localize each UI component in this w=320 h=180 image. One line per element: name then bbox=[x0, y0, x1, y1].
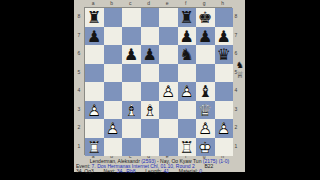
square-b3[interactable] bbox=[104, 101, 123, 120]
square-f6[interactable]: ♞ bbox=[178, 45, 197, 64]
square-g1[interactable]: ♚♔ bbox=[196, 138, 215, 157]
square-b8[interactable] bbox=[104, 8, 123, 27]
square-c1[interactable] bbox=[122, 138, 141, 157]
file-label: d bbox=[140, 0, 159, 6]
square-b2[interactable]: ♟♙ bbox=[104, 119, 123, 138]
square-g2[interactable]: ♟♙ bbox=[196, 119, 215, 138]
white-rook[interactable]: ♜♖ bbox=[85, 138, 104, 157]
square-g7[interactable]: ♟ bbox=[196, 27, 215, 46]
king-icon: ♔ bbox=[196, 138, 215, 157]
file-label: e bbox=[158, 0, 177, 6]
white-pawn[interactable]: ♟♙ bbox=[196, 119, 215, 138]
video-frame: abcdefgh abcdefgh 87654321 87654321 ♜♜♚♟… bbox=[0, 0, 320, 180]
square-a1[interactable]: ♜♖ bbox=[85, 138, 104, 157]
pawn-icon: ♙ bbox=[159, 82, 178, 101]
square-b5[interactable] bbox=[104, 64, 123, 83]
square-h2[interactable]: ♟♙ bbox=[215, 119, 234, 138]
knight-icon: ♞ bbox=[178, 45, 197, 64]
file-label: h bbox=[214, 0, 233, 6]
square-a3[interactable]: ♟♙ bbox=[85, 101, 104, 120]
square-f4[interactable]: ♟♙ bbox=[178, 82, 197, 101]
square-c7[interactable] bbox=[122, 27, 141, 46]
pawn-icon: ♟ bbox=[122, 45, 141, 64]
pawn-icon: ♟ bbox=[196, 27, 215, 46]
square-a7[interactable]: ♟ bbox=[85, 27, 104, 46]
square-c8[interactable] bbox=[122, 8, 141, 27]
next-move: 34...Rb8 bbox=[117, 169, 136, 174]
pawn-icon: ♟ bbox=[85, 27, 104, 46]
king-icon: ♚ bbox=[196, 8, 215, 27]
queen-icon: ♕ bbox=[196, 101, 215, 120]
black-bishop[interactable]: ♝ bbox=[196, 82, 215, 101]
pawn-icon: ♙ bbox=[178, 82, 197, 101]
square-d6[interactable]: ♟ bbox=[141, 45, 160, 64]
queen-icon: ♛ bbox=[215, 45, 234, 64]
square-d1[interactable] bbox=[141, 138, 160, 157]
black-pawn[interactable]: ♟ bbox=[122, 45, 141, 64]
white-pawn[interactable]: ♟♙ bbox=[85, 101, 104, 120]
knight-icon: ♞ bbox=[235, 60, 245, 70]
pawn-icon: ♙ bbox=[196, 119, 215, 138]
white-pawn[interactable]: ♟♙ bbox=[104, 119, 123, 138]
file-label: b bbox=[103, 0, 122, 6]
queen-icon: ♕ bbox=[235, 70, 245, 80]
bishop-icon: ♗ bbox=[122, 101, 141, 120]
rook-icon: ♖ bbox=[178, 138, 197, 157]
square-f7[interactable]: ♟ bbox=[178, 27, 197, 46]
white-king[interactable]: ♚♔ bbox=[196, 138, 215, 157]
move-played: 34. Qg3 bbox=[76, 169, 94, 174]
black-queen[interactable]: ♛ bbox=[215, 45, 234, 64]
square-a5[interactable] bbox=[85, 64, 104, 83]
file-label: f bbox=[177, 0, 196, 6]
square-h6[interactable]: ♛ bbox=[215, 45, 234, 64]
square-d5[interactable] bbox=[141, 64, 160, 83]
square-e7[interactable] bbox=[159, 27, 178, 46]
square-h7[interactable]: ♟ bbox=[215, 27, 234, 46]
square-a8[interactable]: ♜ bbox=[85, 8, 104, 27]
rank-label: 4 bbox=[233, 81, 239, 100]
rank-label: 1 bbox=[76, 137, 82, 156]
white-pawn[interactable]: ♟♙ bbox=[215, 119, 234, 138]
square-b4[interactable] bbox=[104, 82, 123, 101]
black-king[interactable]: ♚ bbox=[196, 8, 215, 27]
black-pawn[interactable]: ♟ bbox=[215, 27, 234, 46]
black-rook[interactable]: ♜ bbox=[85, 8, 104, 27]
rank-label: 2 bbox=[233, 118, 239, 137]
rank-label: 4 bbox=[76, 81, 82, 100]
square-e5[interactable] bbox=[159, 64, 178, 83]
rank-label: 7 bbox=[76, 26, 82, 45]
next-label: Next: bbox=[104, 169, 116, 174]
rank-label: 3 bbox=[76, 100, 82, 119]
rank-label: 5 bbox=[76, 63, 82, 82]
square-e1[interactable] bbox=[159, 138, 178, 157]
square-d4[interactable] bbox=[141, 82, 160, 101]
square-f5[interactable] bbox=[178, 64, 197, 83]
square-g8[interactable]: ♚ bbox=[196, 8, 215, 27]
side-piece-indicator: ♞♛♕ bbox=[235, 60, 245, 82]
square-d8[interactable] bbox=[141, 8, 160, 27]
move-status-line: 34. Qg3 Next: 34...Rb8 Length: 41 Materi… bbox=[76, 169, 243, 174]
square-f8[interactable]: ♜ bbox=[178, 8, 197, 27]
length-value: 41 bbox=[163, 169, 169, 174]
square-f3[interactable] bbox=[178, 101, 197, 120]
file-labels-top: abcdefgh bbox=[84, 0, 232, 6]
rook-icon: ♜ bbox=[178, 8, 197, 27]
file-label: a bbox=[84, 0, 103, 6]
square-g6[interactable] bbox=[196, 45, 215, 64]
square-d3[interactable]: ♝♗ bbox=[141, 101, 160, 120]
square-g5[interactable] bbox=[196, 64, 215, 83]
rank-label: 2 bbox=[76, 118, 82, 137]
square-b1[interactable] bbox=[104, 138, 123, 157]
square-d2[interactable] bbox=[141, 119, 160, 138]
pawn-icon: ♟ bbox=[178, 27, 197, 46]
square-f1[interactable]: ♜♖ bbox=[178, 138, 197, 157]
square-a2[interactable] bbox=[85, 119, 104, 138]
pawn-icon: ♟ bbox=[215, 27, 234, 46]
material-label: Material: bbox=[179, 169, 198, 174]
square-h4[interactable] bbox=[215, 82, 234, 101]
square-c3[interactable]: ♝♗ bbox=[122, 101, 141, 120]
square-h8[interactable] bbox=[215, 8, 234, 27]
white-rook[interactable]: ♜♖ bbox=[178, 138, 197, 157]
square-c5[interactable] bbox=[122, 64, 141, 83]
square-f2[interactable] bbox=[178, 119, 197, 138]
black-pawn[interactable]: ♟ bbox=[85, 27, 104, 46]
rank-labels-left: 87654321 bbox=[76, 7, 82, 155]
pawn-icon: ♟ bbox=[141, 45, 160, 64]
square-h5[interactable] bbox=[215, 64, 234, 83]
square-h3[interactable] bbox=[215, 101, 234, 120]
white-bishop[interactable]: ♝♗ bbox=[141, 101, 160, 120]
rank-label: 8 bbox=[233, 7, 239, 26]
bishop-icon: ♗ bbox=[141, 101, 160, 120]
square-e4[interactable]: ♟♙ bbox=[159, 82, 178, 101]
game-info-bar: Lenderman, Aleksandr (2593) - Nay, Oo Ky… bbox=[74, 157, 245, 172]
square-e6[interactable] bbox=[159, 45, 178, 64]
file-label: g bbox=[195, 0, 214, 6]
black-knight[interactable]: ♞ bbox=[235, 60, 245, 70]
square-a4[interactable] bbox=[85, 82, 104, 101]
square-h1[interactable] bbox=[215, 138, 234, 157]
rank-label: 8 bbox=[76, 7, 82, 26]
rank-label: 3 bbox=[233, 100, 239, 119]
black-pawn[interactable]: ♟ bbox=[141, 45, 160, 64]
square-g3[interactable]: ♛♕ bbox=[196, 101, 215, 120]
black-pawn[interactable]: ♟ bbox=[196, 27, 215, 46]
square-g4[interactable]: ♝ bbox=[196, 82, 215, 101]
square-e8[interactable] bbox=[159, 8, 178, 27]
white-queen[interactable]: ♛♕ bbox=[196, 101, 215, 120]
file-label: c bbox=[121, 0, 140, 6]
square-c2[interactable] bbox=[122, 119, 141, 138]
pawn-icon: ♙ bbox=[104, 119, 123, 138]
square-a6[interactable] bbox=[85, 45, 104, 64]
material-value: 0 bbox=[199, 169, 202, 174]
square-e2[interactable] bbox=[159, 119, 178, 138]
white-pawn[interactable]: ♟♙ bbox=[178, 82, 197, 101]
square-d7[interactable] bbox=[141, 27, 160, 46]
white-bishop[interactable]: ♝♗ bbox=[122, 101, 141, 120]
square-b6[interactable] bbox=[104, 45, 123, 64]
square-e3[interactable] bbox=[159, 101, 178, 120]
square-c6[interactable]: ♟ bbox=[122, 45, 141, 64]
square-b7[interactable] bbox=[104, 27, 123, 46]
rook-icon: ♖ bbox=[85, 138, 104, 157]
chess-board[interactable]: ♜♜♚♟♟♟♟♟♟♞♛♟♙♟♙♝♟♙♝♗♝♗♛♕♟♙♟♙♟♙♜♖♜♖♚♔ bbox=[84, 7, 232, 155]
black-rook[interactable]: ♜ bbox=[178, 8, 197, 27]
black-pawn[interactable]: ♟ bbox=[178, 27, 197, 46]
pawn-icon: ♙ bbox=[85, 101, 104, 120]
white-queen[interactable]: ♛♕ bbox=[235, 70, 245, 80]
chess-viewer-panel: abcdefgh abcdefgh 87654321 87654321 ♜♜♚♟… bbox=[74, 0, 245, 172]
white-pawn[interactable]: ♟♙ bbox=[159, 82, 178, 101]
length-label: Length: bbox=[145, 169, 162, 174]
rank-label: 7 bbox=[233, 26, 239, 45]
rank-label: 6 bbox=[76, 44, 82, 63]
rank-label: 1 bbox=[233, 137, 239, 156]
square-c4[interactable] bbox=[122, 82, 141, 101]
rook-icon: ♜ bbox=[85, 8, 104, 27]
black-knight[interactable]: ♞ bbox=[178, 45, 197, 64]
pawn-icon: ♙ bbox=[215, 119, 234, 138]
bishop-icon: ♝ bbox=[196, 82, 215, 101]
